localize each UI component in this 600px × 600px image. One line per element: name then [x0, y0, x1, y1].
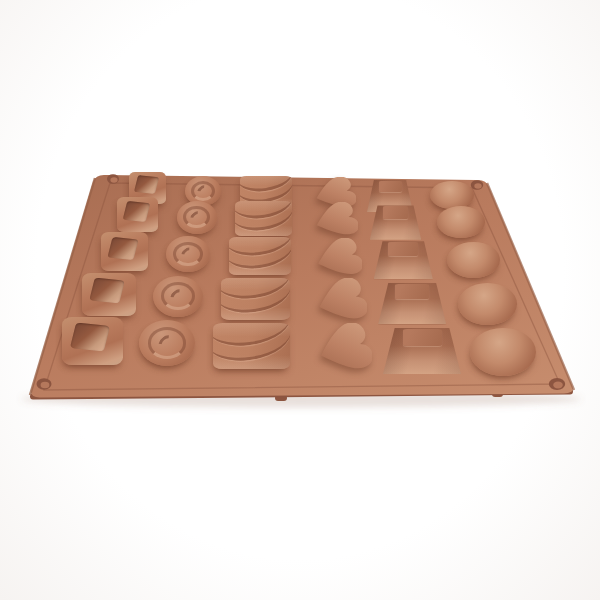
cavity-dome-r2 — [437, 206, 485, 237]
corner-hole-top-right — [471, 180, 483, 190]
wave-ridge — [235, 201, 291, 234]
cavity-pyramid-r4 — [378, 283, 446, 325]
square-indent — [107, 236, 138, 259]
pyramid-top-face — [383, 206, 409, 218]
square-indent — [123, 201, 150, 222]
cavity-dome-r1 — [430, 181, 474, 209]
heart-shape — [311, 202, 358, 239]
mold-tab — [275, 395, 287, 401]
wave-ridge — [229, 237, 291, 273]
heart-shape — [313, 278, 367, 324]
pyramid-top-face — [395, 284, 429, 299]
square-indent — [70, 322, 110, 351]
product-photo — [0, 0, 600, 600]
cavity-pyramid-r3 — [374, 241, 433, 279]
cavity-swirl-r5 — [139, 320, 195, 366]
cavity-wave-r5 — [213, 323, 290, 369]
corner-hole-bottom-left — [37, 378, 52, 390]
heart-shape — [314, 323, 372, 375]
cavity-heart-r4 — [313, 278, 367, 324]
pyramid-top-face — [379, 181, 402, 193]
cavity-heart-r3 — [312, 238, 362, 279]
cavity-square-r2 — [117, 197, 158, 232]
cavity-square-r3 — [101, 232, 148, 271]
cavity-wave-r3 — [229, 237, 291, 275]
pyramid-top-face — [403, 329, 442, 346]
cavity-wave-r2 — [235, 201, 291, 235]
heart-shape — [312, 238, 362, 279]
cavity-dome-r4 — [458, 283, 517, 325]
wave-ridge — [213, 323, 290, 366]
cavity-swirl-r4 — [153, 276, 203, 317]
cavity-pyramid-r2 — [370, 205, 422, 239]
cavity-dome-r3 — [447, 242, 500, 278]
cavity-swirl-r2 — [177, 201, 216, 234]
corner-hole-bottom-right — [549, 378, 565, 390]
cavity-square-r4 — [82, 273, 136, 316]
cavity-wave-r4 — [221, 278, 290, 320]
cavity-dome-r5 — [470, 328, 536, 376]
square-indent — [133, 176, 158, 195]
cavity-square-r5 — [62, 317, 123, 365]
wave-ridge — [221, 278, 290, 317]
cavity-pyramid-r5 — [383, 328, 461, 374]
square-indent — [89, 277, 125, 303]
corner-hole-top-left — [107, 174, 119, 184]
cavity-heart-r2 — [311, 202, 358, 239]
pyramid-top-face — [388, 242, 418, 256]
cavity-heart-r5 — [314, 323, 372, 375]
